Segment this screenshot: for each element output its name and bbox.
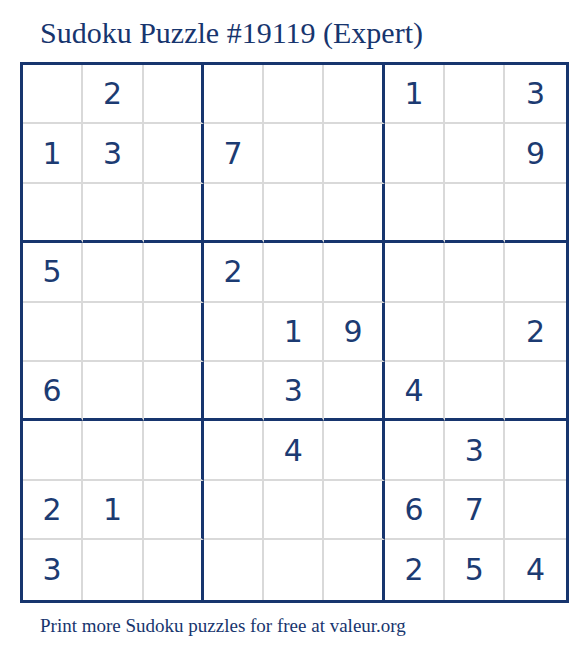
- cell-r1c5: [264, 65, 324, 124]
- cell-r4c2: [83, 243, 143, 302]
- cell-r5c4: [204, 303, 264, 362]
- cell-r1c1: [23, 65, 83, 124]
- cell-r3c6: [324, 184, 384, 243]
- cell-r7c8: 3: [445, 421, 505, 480]
- cell-r8c8: 7: [445, 481, 505, 540]
- cell-r5c6: 9: [324, 303, 384, 362]
- cell-r1c7: 1: [385, 65, 445, 124]
- cell-r3c9: [505, 184, 565, 243]
- cell-r1c8: [445, 65, 505, 124]
- cell-r7c9: [505, 421, 565, 480]
- cell-r3c4: [204, 184, 264, 243]
- cell-r2c9: 9: [505, 124, 565, 183]
- cell-r8c5: [264, 481, 324, 540]
- cell-r5c7: [385, 303, 445, 362]
- cell-r6c2: [83, 362, 143, 421]
- cell-r9c7: 2: [385, 540, 445, 599]
- cell-r8c6: [324, 481, 384, 540]
- cell-r3c7: [385, 184, 445, 243]
- cell-r2c2: 3: [83, 124, 143, 183]
- cell-r9c3: [144, 540, 204, 599]
- cell-r7c3: [144, 421, 204, 480]
- cell-r9c4: [204, 540, 264, 599]
- cell-r6c7: 4: [385, 362, 445, 421]
- cell-r4c6: [324, 243, 384, 302]
- cell-r8c2: 1: [83, 481, 143, 540]
- cell-r2c6: [324, 124, 384, 183]
- cell-r5c9: 2: [505, 303, 565, 362]
- cell-r2c3: [144, 124, 204, 183]
- cell-r2c7: [385, 124, 445, 183]
- cell-r6c1: 6: [23, 362, 83, 421]
- cell-r2c8: [445, 124, 505, 183]
- cell-r6c6: [324, 362, 384, 421]
- cell-r4c1: 5: [23, 243, 83, 302]
- cell-r8c7: 6: [385, 481, 445, 540]
- page-title: Sudoku Puzzle #19119 (Expert): [40, 16, 423, 50]
- cell-r9c1: 3: [23, 540, 83, 599]
- cell-r4c5: [264, 243, 324, 302]
- cell-r4c4: 2: [204, 243, 264, 302]
- cell-r2c5: [264, 124, 324, 183]
- cell-r7c7: [385, 421, 445, 480]
- cell-r9c8: 5: [445, 540, 505, 599]
- cell-r5c2: [83, 303, 143, 362]
- cell-r6c9: [505, 362, 565, 421]
- cell-r1c4: [204, 65, 264, 124]
- cell-r8c3: [144, 481, 204, 540]
- cell-r4c3: [144, 243, 204, 302]
- cell-r5c3: [144, 303, 204, 362]
- cell-r8c4: [204, 481, 264, 540]
- cell-r9c6: [324, 540, 384, 599]
- cell-r1c3: [144, 65, 204, 124]
- cell-r7c2: [83, 421, 143, 480]
- cell-r4c8: [445, 243, 505, 302]
- cell-r5c1: [23, 303, 83, 362]
- cell-r7c5: 4: [264, 421, 324, 480]
- cell-r4c9: [505, 243, 565, 302]
- cell-r3c1: [23, 184, 83, 243]
- cell-r5c5: 1: [264, 303, 324, 362]
- cell-r1c2: 2: [83, 65, 143, 124]
- cell-r1c6: [324, 65, 384, 124]
- cell-r2c1: 1: [23, 124, 83, 183]
- footer-note: Print more Sudoku puzzles for free at va…: [40, 615, 406, 637]
- cell-r5c8: [445, 303, 505, 362]
- cell-r7c1: [23, 421, 83, 480]
- cell-r8c1: 2: [23, 481, 83, 540]
- cell-r6c4: [204, 362, 264, 421]
- cell-r7c6: [324, 421, 384, 480]
- cell-r6c5: 3: [264, 362, 324, 421]
- cell-r7c4: [204, 421, 264, 480]
- cell-r9c9: 4: [505, 540, 565, 599]
- cell-r3c8: [445, 184, 505, 243]
- cell-r8c9: [505, 481, 565, 540]
- cell-r9c5: [264, 540, 324, 599]
- sudoku-page: Sudoku Puzzle #19119 (Expert) 2131379521…: [0, 0, 580, 651]
- cell-r6c8: [445, 362, 505, 421]
- cell-r3c3: [144, 184, 204, 243]
- cell-r9c2: [83, 540, 143, 599]
- cell-r3c5: [264, 184, 324, 243]
- cell-r2c4: 7: [204, 124, 264, 183]
- cell-r6c3: [144, 362, 204, 421]
- cell-r4c7: [385, 243, 445, 302]
- cell-r3c2: [83, 184, 143, 243]
- cell-r1c9: 3: [505, 65, 565, 124]
- sudoku-grid: 2131379521926344321673254: [20, 62, 569, 603]
